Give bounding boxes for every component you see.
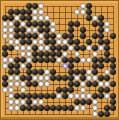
black-stone <box>110 105 116 111</box>
black-stone <box>110 81 116 87</box>
black-stone <box>80 33 86 39</box>
black-stone <box>98 63 104 69</box>
white-stone <box>104 27 110 33</box>
black-stone <box>110 69 116 75</box>
black-stone <box>74 21 80 27</box>
star-point <box>58 23 60 25</box>
black-stone <box>110 33 116 39</box>
black-stone <box>104 111 110 117</box>
go-board[interactable] <box>0 0 119 120</box>
screenshot <box>0 0 119 120</box>
white-stone <box>44 81 50 87</box>
white-stone <box>80 105 86 111</box>
